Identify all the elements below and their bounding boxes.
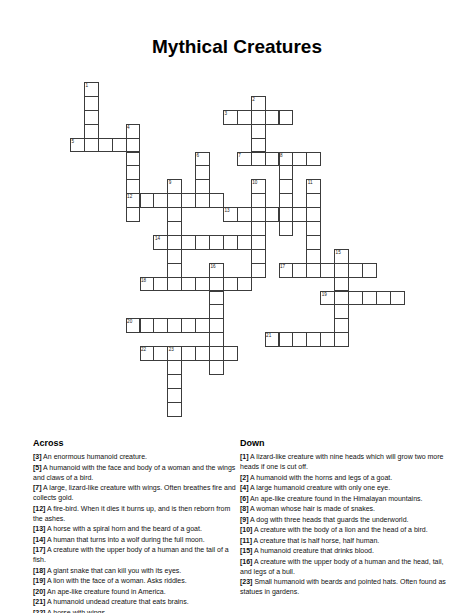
grid-cell[interactable]: [153, 318, 168, 333]
grid-cell[interactable]: [223, 346, 238, 361]
grid-cell[interactable]: [279, 193, 294, 208]
clue: [15] A humanoid creature that drinks blo…: [240, 546, 447, 556]
grid-cell[interactable]: [167, 374, 182, 389]
clue-number-label: [21]: [33, 598, 45, 605]
grid-cell[interactable]: [195, 318, 210, 333]
grid-cell[interactable]: [195, 179, 210, 194]
clue: [17] A creature with the upper body of a…: [33, 545, 237, 565]
grid-cell[interactable]: [251, 124, 266, 139]
grid-cell[interactable]: [167, 318, 182, 333]
grid-cell[interactable]: [251, 96, 266, 111]
grid-cell[interactable]: [251, 235, 266, 250]
grid-cell[interactable]: [84, 96, 99, 111]
grid-cell[interactable]: [209, 318, 224, 333]
grid-cell[interactable]: [306, 207, 321, 222]
grid-cell[interactable]: [84, 110, 99, 125]
grid-cell[interactable]: [153, 235, 168, 250]
grid-cell[interactable]: [334, 332, 349, 347]
clue: [4] A large humanoid creature with only …: [240, 483, 447, 493]
clue-number-label: [3]: [33, 453, 42, 460]
grid-cell[interactable]: [292, 332, 307, 347]
page-title: Mythical Creatures: [0, 36, 474, 58]
grid-cell[interactable]: [334, 277, 349, 292]
clue-number-label: [19]: [33, 577, 45, 584]
grid-cell[interactable]: [195, 165, 210, 180]
clue: [19] A lion with the face of a woman. As…: [33, 576, 237, 586]
grid-cell[interactable]: [237, 207, 252, 222]
grid-cell[interactable]: [126, 152, 141, 167]
grid-cell[interactable]: [334, 249, 349, 264]
worksheet-page: { "game": "crossword", "title": "Mythica…: [0, 0, 474, 613]
clue: [6] An ape-like creature found in the Hi…: [240, 494, 447, 504]
grid-cell[interactable]: [167, 235, 182, 250]
clue-number-label: [5]: [33, 464, 42, 471]
grid-cell[interactable]: [140, 318, 155, 333]
clue-number-label: [4]: [240, 484, 249, 491]
clue: [1] A lizard-like creature with nine hea…: [240, 452, 447, 472]
grid-cell[interactable]: [167, 277, 182, 292]
grid-cell[interactable]: [390, 291, 405, 306]
grid-cell[interactable]: [237, 277, 252, 292]
grid-cell[interactable]: [320, 263, 335, 278]
across-clue-list: [3] An enormous humanoid creature.[5] A …: [33, 452, 237, 613]
grid-cell[interactable]: [292, 152, 307, 167]
grid-cell[interactable]: [84, 82, 99, 97]
grid-cell[interactable]: [251, 179, 266, 194]
grid-cell[interactable]: [167, 346, 182, 361]
clue: [23] Small humanoid with beards and poin…: [240, 577, 447, 597]
clue-number-label: [10]: [240, 526, 252, 533]
grid-cell[interactable]: [348, 263, 363, 278]
grid-cell[interactable]: [209, 235, 224, 250]
grid-cell[interactable]: [348, 291, 363, 306]
grid-cell[interactable]: [126, 124, 141, 139]
grid-cell[interactable]: [126, 318, 141, 333]
across-header: Across: [33, 438, 237, 448]
clue-number-label: [14]: [33, 536, 45, 543]
clue-number-label: [8]: [240, 505, 249, 512]
clue-number-label: [20]: [33, 588, 45, 595]
grid-cell[interactable]: [195, 152, 210, 167]
clue-number-label: [12]: [33, 505, 45, 512]
grid-cell[interactable]: [251, 207, 266, 222]
clue-number-label: [2]: [240, 474, 249, 481]
grid-cell[interactable]: [140, 193, 155, 208]
grid-cell[interactable]: [362, 291, 377, 306]
grid-cell[interactable]: [70, 138, 85, 153]
down-header: Down: [240, 438, 447, 448]
grid-cell[interactable]: [251, 263, 266, 278]
grid-cell[interactable]: [126, 207, 141, 222]
grid-cell[interactable]: [167, 207, 182, 222]
grid-cell[interactable]: [140, 277, 155, 292]
grid-cell[interactable]: [195, 235, 210, 250]
clue: [18] A giant snake that can kill you wit…: [33, 566, 237, 576]
grid-cell[interactable]: [181, 346, 196, 361]
grid-cell[interactable]: [84, 138, 99, 153]
grid-cell[interactable]: [167, 388, 182, 403]
grid-cell[interactable]: [306, 193, 321, 208]
grid-cell[interactable]: [126, 193, 141, 208]
grid-cell[interactable]: [167, 360, 182, 375]
grid-cell[interactable]: [181, 193, 196, 208]
grid-cell[interactable]: [334, 263, 349, 278]
clue: [20] An ape-like creature found in Ameri…: [33, 587, 237, 597]
clue: [22] A horse with wings.: [33, 608, 237, 613]
clue: [3] An enormous humanoid creature.: [33, 452, 237, 462]
clue-number-label: [15]: [240, 547, 252, 554]
grid-cell[interactable]: [306, 152, 321, 167]
grid-cell[interactable]: [306, 179, 321, 194]
grid-cell[interactable]: [167, 193, 182, 208]
grid-cell[interactable]: [223, 110, 238, 125]
grid-cell[interactable]: [334, 291, 349, 306]
grid-cell[interactable]: [181, 277, 196, 292]
grid-cell[interactable]: [320, 332, 335, 347]
clue-number-label: [13]: [33, 525, 45, 532]
grid-cell[interactable]: [251, 152, 266, 167]
grid-cell[interactable]: [251, 110, 266, 125]
grid-cell[interactable]: [334, 304, 349, 319]
grid-cell[interactable]: [251, 221, 266, 236]
grid-cell[interactable]: [209, 263, 224, 278]
clue: [2] A humanoid with the horns and legs o…: [240, 473, 447, 483]
grid-cell[interactable]: [209, 332, 224, 347]
grid-cell[interactable]: [223, 235, 238, 250]
clue: [9] A dog with three heads that guards t…: [240, 515, 447, 525]
grid-cell[interactable]: [306, 235, 321, 250]
across-clues-section: Across [3] An enormous humanoid creature…: [33, 438, 237, 613]
grid-cell[interactable]: [265, 152, 280, 167]
grid-cell[interactable]: [153, 346, 168, 361]
grid-cell[interactable]: [209, 193, 224, 208]
grid-cell[interactable]: [223, 207, 238, 222]
grid-cell[interactable]: [167, 179, 182, 194]
grid-cell[interactable]: [237, 152, 252, 167]
grid-cell[interactable]: [320, 291, 335, 306]
grid-cell[interactable]: [195, 346, 210, 361]
grid-cell[interactable]: [279, 152, 294, 167]
grid-cell[interactable]: [376, 291, 391, 306]
grid-cell[interactable]: [209, 360, 224, 375]
down-clue-list: [1] A lizard-like creature with nine hea…: [240, 452, 447, 597]
clue: [11] A creature that is half horse, half…: [240, 536, 447, 546]
grid-cell[interactable]: [306, 221, 321, 236]
grid-cell[interactable]: [153, 193, 168, 208]
grid-cell[interactable]: [279, 332, 294, 347]
clue: [8] A woman whose hair is made of snakes…: [240, 504, 447, 514]
grid-cell[interactable]: [209, 346, 224, 361]
grid-cell[interactable]: [126, 165, 141, 180]
grid-cell[interactable]: [279, 165, 294, 180]
clue: [5] A humanoid with the face and body of…: [33, 463, 237, 483]
clue-number-label: [11]: [240, 537, 252, 544]
grid-cell[interactable]: [126, 138, 141, 153]
grid-cell[interactable]: [153, 277, 168, 292]
grid-cell[interactable]: [265, 332, 280, 347]
grid-cell[interactable]: [306, 249, 321, 264]
down-clues-section: Down [1] A lizard-like creature with nin…: [240, 438, 447, 598]
grid-cell[interactable]: [140, 346, 155, 361]
clue-number-label: [1]: [240, 453, 249, 460]
grid-cell[interactable]: [237, 110, 252, 125]
grid-cell[interactable]: [279, 179, 294, 194]
grid-cell[interactable]: [126, 179, 141, 194]
grid-cell[interactable]: [279, 207, 294, 222]
grid-cell[interactable]: [181, 318, 196, 333]
grid-cell[interactable]: [209, 304, 224, 319]
grid-cell[interactable]: [279, 110, 294, 125]
clue: [14] A human that turns into a wolf duri…: [33, 535, 237, 545]
grid-cell[interactable]: [292, 207, 307, 222]
grid-cell[interactable]: [265, 207, 280, 222]
grid-cell[interactable]: [167, 402, 182, 417]
clue-number-label: [18]: [33, 567, 45, 574]
grid-cell[interactable]: [334, 318, 349, 333]
clue-number-label: [6]: [240, 495, 249, 502]
clue: [10] A creature with the body of a lion …: [240, 525, 447, 535]
crossword-grid: 1234567891011121314151617181920212223: [70, 82, 406, 418]
clue: [13] A horse with a spiral horn and the …: [33, 524, 237, 534]
grid-cell[interactable]: [195, 277, 210, 292]
grid-cell[interactable]: [279, 221, 294, 236]
clue: [7] A large, lizard-like creature with w…: [33, 483, 237, 503]
clue-number-label: [23]: [240, 578, 252, 585]
grid-cell[interactable]: [279, 263, 294, 278]
grid-cell[interactable]: [292, 263, 307, 278]
grid-cell[interactable]: [265, 110, 280, 125]
grid-cell[interactable]: [84, 124, 99, 139]
clue: [16] A creature with the upper body of a…: [240, 557, 447, 577]
grid-cell[interactable]: [167, 249, 182, 264]
grid-cell[interactable]: [209, 277, 224, 292]
grid-cell[interactable]: [209, 291, 224, 306]
grid-cell[interactable]: [362, 263, 377, 278]
clue: [21] A humanoid undead creature that eat…: [33, 597, 237, 607]
grid-cell[interactable]: [306, 332, 321, 347]
clue-number-label: [7]: [33, 484, 42, 491]
clue-number-label: [17]: [33, 546, 45, 553]
grid-cell[interactable]: [237, 235, 252, 250]
grid-cell[interactable]: [306, 263, 321, 278]
clue-number-label: [16]: [240, 558, 252, 565]
clue: [12] A fire-bird. When it dies it burns …: [33, 504, 237, 524]
grid-cell[interactable]: [251, 193, 266, 208]
grid-cell[interactable]: [112, 138, 127, 153]
grid-cell[interactable]: [167, 263, 182, 278]
grid-cell[interactable]: [98, 138, 113, 153]
grid-cell[interactable]: [195, 193, 210, 208]
grid-cell[interactable]: [251, 138, 266, 153]
grid-cell[interactable]: [167, 221, 182, 236]
grid-cell[interactable]: [251, 249, 266, 264]
clue-number-label: [22]: [33, 609, 45, 613]
grid-cell[interactable]: [223, 277, 238, 292]
clue-number-label: [9]: [240, 516, 249, 523]
grid-cell[interactable]: [181, 235, 196, 250]
